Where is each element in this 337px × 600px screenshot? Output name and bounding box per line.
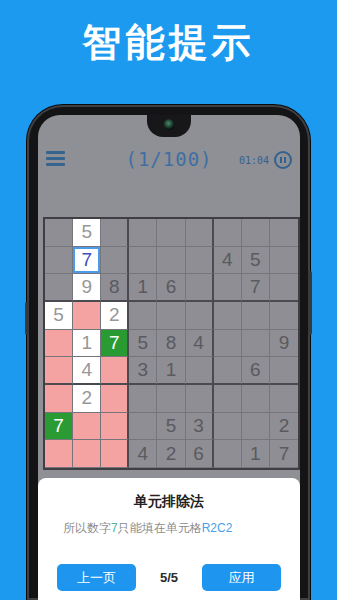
- cell-r3c2[interactable]: 9: [73, 274, 101, 302]
- cell-r2c3[interactable]: [101, 247, 129, 275]
- page-title: 智能提示: [0, 16, 337, 70]
- cell-r5c7[interactable]: [214, 330, 242, 358]
- cell-r8c7[interactable]: [214, 413, 242, 441]
- cell-r4c5[interactable]: [157, 302, 185, 330]
- phone-screen: (1/100) 01:04 57459816752175849431627532…: [38, 115, 300, 600]
- cell-r8c4[interactable]: [129, 413, 157, 441]
- hint-footer: 上一页 5/5 应用: [38, 564, 300, 591]
- hint-cell-ref: R2C2: [202, 521, 233, 535]
- cell-r6c6[interactable]: [186, 357, 214, 385]
- cell-r8c1[interactable]: 7: [45, 413, 73, 441]
- cell-r1c9[interactable]: [270, 219, 298, 247]
- cell-r2c1[interactable]: [45, 247, 73, 275]
- cell-r6c8[interactable]: 6: [242, 357, 270, 385]
- timer: 01:04: [239, 155, 269, 166]
- cell-r3c7[interactable]: [214, 274, 242, 302]
- cell-r2c7[interactable]: 4: [214, 247, 242, 275]
- cell-r1c1[interactable]: [45, 219, 73, 247]
- cell-r5c9[interactable]: 9: [270, 330, 298, 358]
- page-indicator: 5/5: [160, 570, 178, 585]
- cell-r7c7[interactable]: [214, 385, 242, 413]
- cell-r3c6[interactable]: [186, 274, 214, 302]
- cell-r6c2[interactable]: 4: [73, 357, 101, 385]
- cell-r1c3[interactable]: [101, 219, 129, 247]
- cell-r4c8[interactable]: [242, 302, 270, 330]
- cell-r4c2[interactable]: [73, 302, 101, 330]
- cell-r6c4[interactable]: 3: [129, 357, 157, 385]
- cell-r4c3[interactable]: 2: [101, 302, 129, 330]
- cell-r8c8[interactable]: [242, 413, 270, 441]
- cell-r1c8[interactable]: [242, 219, 270, 247]
- cell-r6c9[interactable]: [270, 357, 298, 385]
- cell-r2c5[interactable]: [157, 247, 185, 275]
- power-button: [308, 271, 312, 335]
- hint-text: 所以数字7只能填在单元格R2C2: [38, 520, 300, 537]
- cell-r9c4[interactable]: 4: [129, 440, 157, 468]
- cell-r2c2[interactable]: 7: [73, 247, 101, 275]
- phone-mockup: (1/100) 01:04 57459816752175849431627532…: [27, 105, 310, 600]
- hint-text-prefix: 所以数字: [63, 521, 111, 535]
- hint-panel: 单元排除法 所以数字7只能填在单元格R2C2 上一页 5/5 应用: [38, 478, 300, 600]
- cell-r2c8[interactable]: 5: [242, 247, 270, 275]
- cell-r3c3[interactable]: 8: [101, 274, 129, 302]
- cell-r7c5[interactable]: [157, 385, 185, 413]
- cell-r4c9[interactable]: [270, 302, 298, 330]
- cell-r4c1[interactable]: 5: [45, 302, 73, 330]
- cell-r4c6[interactable]: [186, 302, 214, 330]
- cell-r2c4[interactable]: [129, 247, 157, 275]
- cell-r5c4[interactable]: 5: [129, 330, 157, 358]
- cell-r3c8[interactable]: 7: [242, 274, 270, 302]
- cell-r6c7[interactable]: [214, 357, 242, 385]
- cell-r9c9[interactable]: 7: [270, 440, 298, 468]
- cell-r8c5[interactable]: 5: [157, 413, 185, 441]
- cell-r1c4[interactable]: [129, 219, 157, 247]
- cell-r1c7[interactable]: [214, 219, 242, 247]
- cell-r7c1[interactable]: [45, 385, 73, 413]
- cell-r7c9[interactable]: [270, 385, 298, 413]
- hint-digit: 7: [111, 521, 118, 535]
- cell-r5c1[interactable]: [45, 330, 73, 358]
- cell-r5c8[interactable]: [242, 330, 270, 358]
- cell-r3c5[interactable]: 6: [157, 274, 185, 302]
- cell-r5c3[interactable]: 7: [101, 330, 129, 358]
- cell-r9c6[interactable]: 6: [186, 440, 214, 468]
- pause-icon[interactable]: [274, 151, 292, 169]
- hint-text-middle: 只能填在单元格: [118, 521, 202, 535]
- cell-r8c2[interactable]: [73, 413, 101, 441]
- apply-button[interactable]: 应用: [202, 564, 281, 591]
- cell-r5c2[interactable]: 1: [73, 330, 101, 358]
- cell-r9c7[interactable]: [214, 440, 242, 468]
- volume-button: [25, 302, 29, 335]
- cell-r1c5[interactable]: [157, 219, 185, 247]
- cell-r6c1[interactable]: [45, 357, 73, 385]
- cell-r2c9[interactable]: [270, 247, 298, 275]
- cell-r5c6[interactable]: 4: [186, 330, 214, 358]
- game-header: (1/100) 01:04: [38, 148, 300, 170]
- cell-r2c6[interactable]: [186, 247, 214, 275]
- cell-r7c3[interactable]: [101, 385, 129, 413]
- cell-r4c7[interactable]: [214, 302, 242, 330]
- cell-r6c5[interactable]: 1: [157, 357, 185, 385]
- cell-r7c8[interactable]: [242, 385, 270, 413]
- cell-r9c1[interactable]: [45, 440, 73, 468]
- cell-r4c4[interactable]: [129, 302, 157, 330]
- notch: [147, 115, 191, 137]
- cell-r3c9[interactable]: [270, 274, 298, 302]
- cell-r8c6[interactable]: 3: [186, 413, 214, 441]
- cell-r8c9[interactable]: 2: [270, 413, 298, 441]
- cell-r7c2[interactable]: 2: [73, 385, 101, 413]
- cell-r9c2[interactable]: [73, 440, 101, 468]
- promo-background: 智能提示 (1/100) 01:04 574598167521758494316…: [0, 0, 337, 600]
- camera-icon: [164, 119, 175, 130]
- cell-r1c6[interactable]: [186, 219, 214, 247]
- cell-r5c5[interactable]: 8: [157, 330, 185, 358]
- prev-page-button[interactable]: 上一页: [57, 564, 136, 591]
- sudoku-grid: 5745981675217584943162753242617: [43, 217, 300, 470]
- cell-r6c3[interactable]: [101, 357, 129, 385]
- cell-r7c4[interactable]: [129, 385, 157, 413]
- cell-r8c3[interactable]: [101, 413, 129, 441]
- cell-r1c2[interactable]: 5: [73, 219, 101, 247]
- cell-r9c8[interactable]: 1: [242, 440, 270, 468]
- hint-title: 单元排除法: [38, 493, 300, 511]
- cell-r9c3[interactable]: [101, 440, 129, 468]
- cell-r3c1[interactable]: [45, 274, 73, 302]
- cell-r7c6[interactable]: [186, 385, 214, 413]
- cell-r3c4[interactable]: 1: [129, 274, 157, 302]
- cell-r9c5[interactable]: 2: [157, 440, 185, 468]
